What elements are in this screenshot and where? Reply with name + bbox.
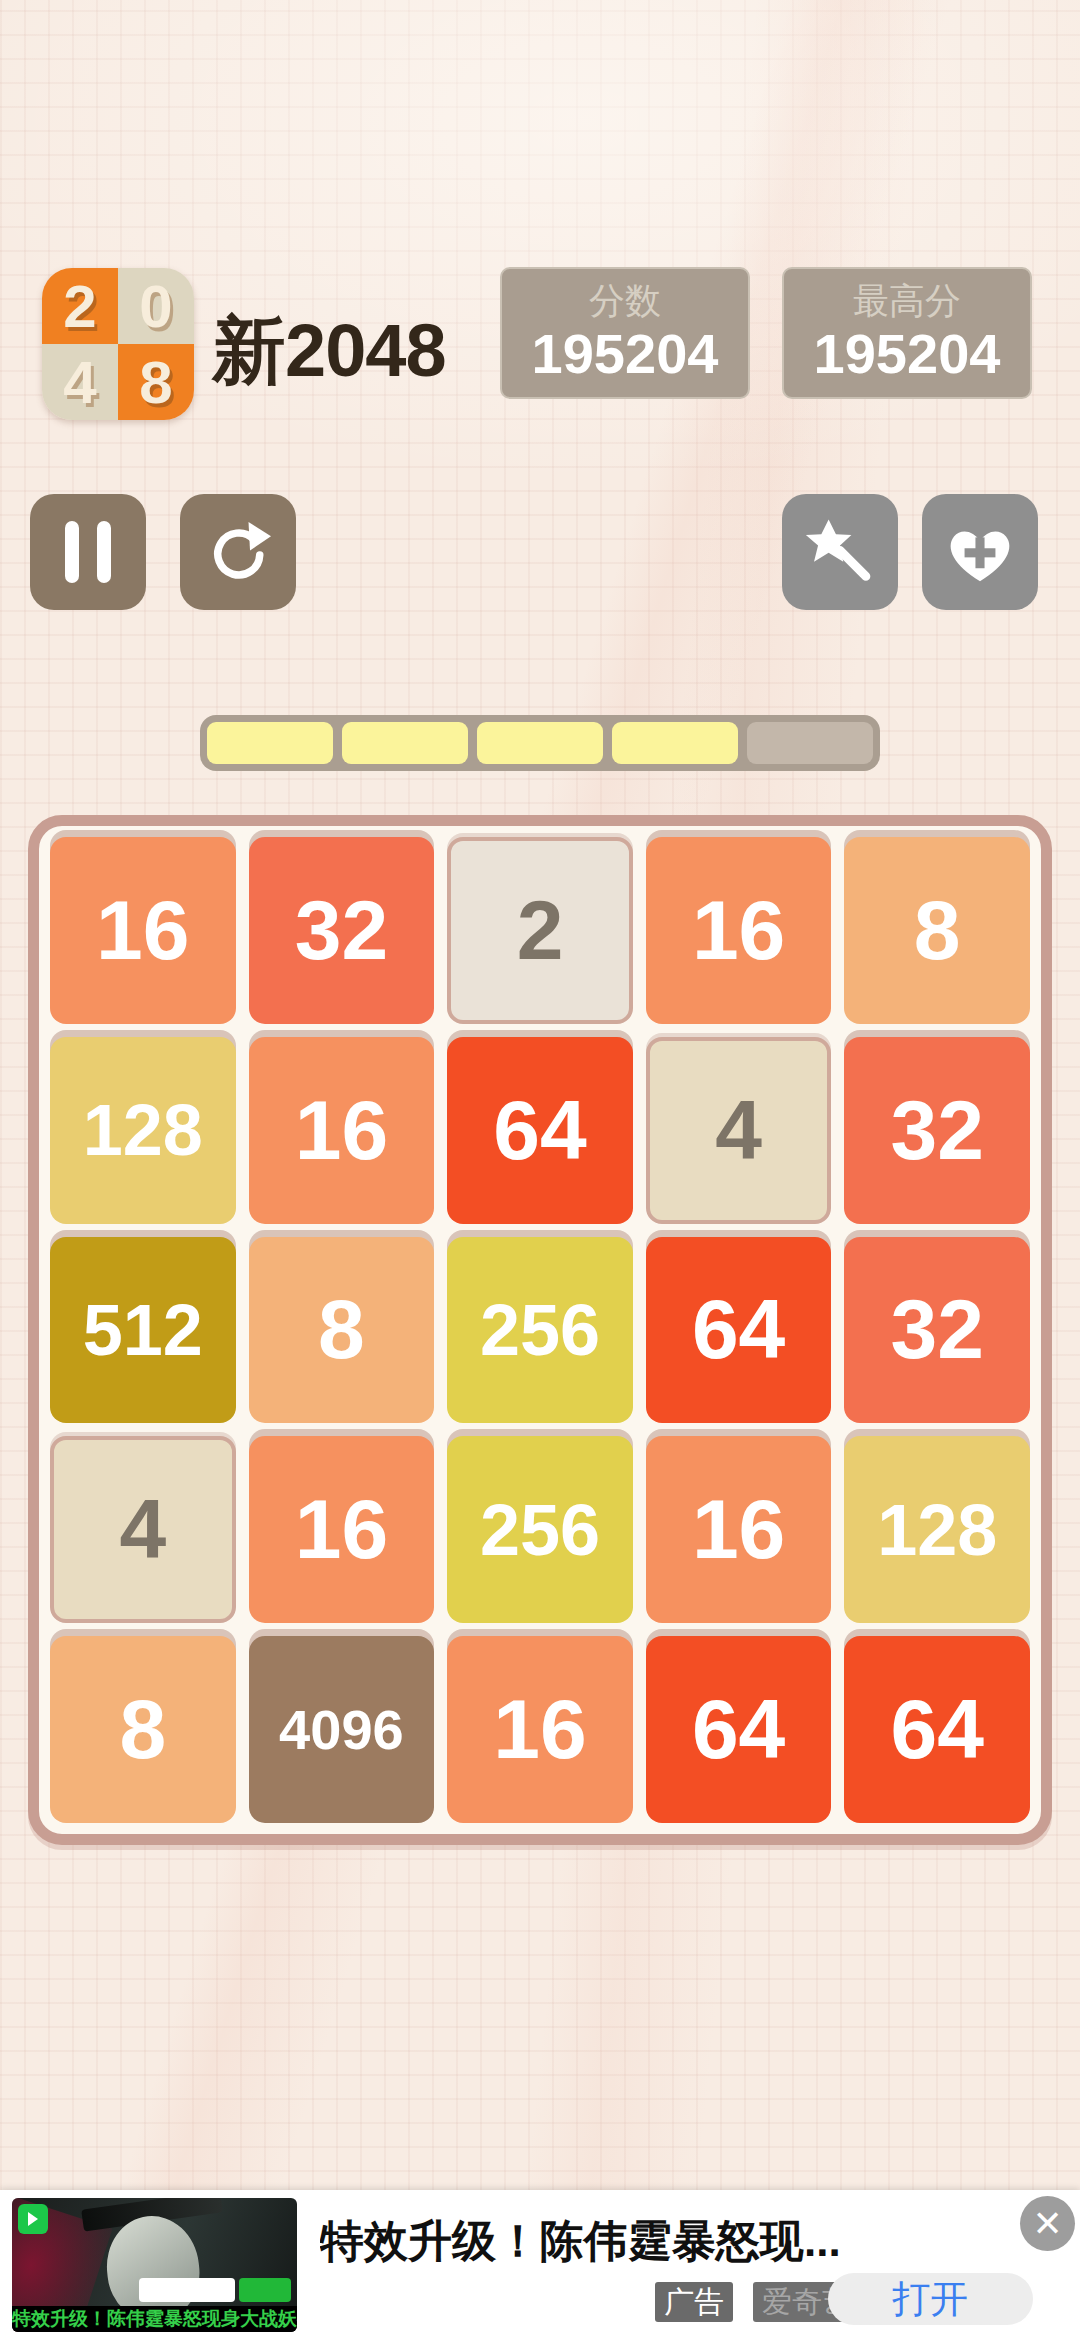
tile-32: 32 bbox=[844, 1237, 1030, 1424]
page-title: 新2048 bbox=[212, 302, 446, 402]
tile-512: 512 bbox=[50, 1237, 236, 1424]
progress-segment-empty bbox=[747, 722, 873, 764]
ad-badge: 广告 bbox=[655, 2282, 733, 2322]
ad-thumb-caption: 特效升级！陈伟霆暴怒现身大战妖兽 bbox=[12, 2306, 297, 2332]
tile-128: 128 bbox=[844, 1436, 1030, 1623]
logo-cell-2: 2 bbox=[42, 268, 118, 344]
iqiyi-logo-icon bbox=[18, 2204, 48, 2234]
best-score-box: 最高分 195204 bbox=[782, 267, 1032, 399]
tile-4: 4 bbox=[50, 1436, 236, 1623]
tile-16: 16 bbox=[249, 1037, 435, 1224]
tile-256: 256 bbox=[447, 1237, 633, 1424]
close-ad-button[interactable]: ✕ bbox=[1020, 2196, 1075, 2251]
tile-8: 8 bbox=[844, 837, 1030, 1024]
ad-thumbnail[interactable]: 特效升级！陈伟霆暴怒现身大战妖兽 bbox=[12, 2198, 297, 2332]
thumb-search-box bbox=[139, 2278, 235, 2302]
progress-segment-filled bbox=[612, 722, 738, 764]
tile-128: 128 bbox=[50, 1037, 236, 1224]
logo-cell-8: 8 bbox=[118, 344, 194, 420]
best-score-label: 最高分 bbox=[853, 279, 961, 322]
heart-plus-icon bbox=[941, 513, 1019, 591]
tile-2: 2 bbox=[447, 837, 633, 1024]
app-logo: 2 0 4 8 bbox=[42, 268, 194, 420]
pause-icon bbox=[65, 521, 111, 583]
logo-cell-0: 0 bbox=[118, 268, 194, 344]
thumb-green-button bbox=[239, 2278, 291, 2302]
tile-16: 16 bbox=[447, 1636, 633, 1823]
logo-cell-4: 4 bbox=[42, 344, 118, 420]
progress-segment-filled bbox=[207, 722, 333, 764]
tile-4096: 4096 bbox=[249, 1636, 435, 1823]
score-box: 分数 195204 bbox=[500, 267, 750, 399]
tile-16: 16 bbox=[646, 837, 832, 1024]
tile-256: 256 bbox=[447, 1436, 633, 1623]
tile-8: 8 bbox=[50, 1636, 236, 1823]
open-button[interactable]: 打开 bbox=[828, 2273, 1033, 2325]
restart-icon bbox=[202, 516, 274, 588]
tile-4: 4 bbox=[646, 1037, 832, 1224]
pause-button[interactable] bbox=[30, 494, 146, 610]
magic-wand-button[interactable] bbox=[782, 494, 898, 610]
tile-16: 16 bbox=[646, 1436, 832, 1623]
ad-banner[interactable]: 特效升级！陈伟霆暴怒现身大战妖兽 特效升级！陈伟霆暴怒现... 广告 爱奇艺 打… bbox=[0, 2190, 1080, 2340]
progress-segment-filled bbox=[477, 722, 603, 764]
tile-16: 16 bbox=[50, 837, 236, 1024]
tile-8: 8 bbox=[249, 1237, 435, 1424]
tile-64: 64 bbox=[844, 1636, 1030, 1823]
ad-headline[interactable]: 特效升级！陈伟霆暴怒现... bbox=[320, 2212, 880, 2271]
tile-32: 32 bbox=[844, 1037, 1030, 1224]
tile-64: 64 bbox=[646, 1636, 832, 1823]
level-progress-bar bbox=[200, 715, 880, 771]
progress-segment-filled bbox=[342, 722, 468, 764]
magic-wand-icon bbox=[801, 513, 879, 591]
close-icon: ✕ bbox=[1032, 2206, 1062, 2242]
game-screen: 2 0 4 8 新2048 分数 195204 最高分 195204 bbox=[0, 0, 1080, 2340]
tile-64: 64 bbox=[646, 1237, 832, 1424]
score-label: 分数 bbox=[589, 279, 661, 322]
tile-32: 32 bbox=[249, 837, 435, 1024]
heart-plus-button[interactable] bbox=[922, 494, 1038, 610]
tile-16: 16 bbox=[249, 1436, 435, 1623]
tile-64: 64 bbox=[447, 1037, 633, 1224]
restart-button[interactable] bbox=[180, 494, 296, 610]
board[interactable]: 1632216812816644325128256643241625616128… bbox=[28, 815, 1052, 1845]
best-score-value: 195204 bbox=[814, 322, 1001, 386]
score-value: 195204 bbox=[532, 322, 719, 386]
